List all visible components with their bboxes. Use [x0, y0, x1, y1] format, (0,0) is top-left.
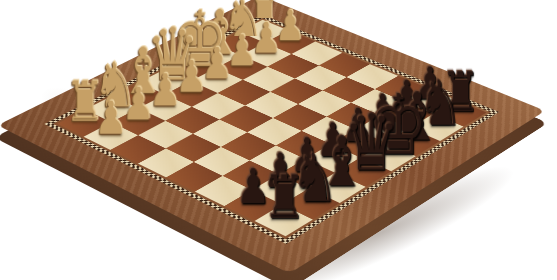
board-grid: ♜♞♝♛♚♝♞♜♟♟♟♟♟♟♟♟♟♟♟♟♟♟♟♟♜♞♝♛♚♝♞♜	[57, 20, 486, 237]
piece-black-rook[interactable]: ♜	[263, 168, 304, 228]
square-a8[interactable]: ♜	[254, 205, 312, 237]
chess-board: ♜♞♝♛♚♝♞♜♟♟♟♟♟♟♟♟♟♟♟♟♟♟♟♟♜♞♝♛♚♝♞♜	[0, 0, 545, 273]
frame-margin: ♜♞♝♛♚♝♞♜♟♟♟♟♟♟♟♟♟♟♟♟♟♟♟♟♜♞♝♛♚♝♞♜	[53, 18, 491, 239]
scene-3d: ♜♞♝♛♚♝♞♜♟♟♟♟♟♟♟♟♟♟♟♟♟♟♟♟♜♞♝♛♚♝♞♜	[0, 0, 557, 280]
inlay-border: ♜♞♝♛♚♝♞♜♟♟♟♟♟♟♟♟♟♟♟♟♟♟♟♟♜♞♝♛♚♝♞♜	[44, 15, 499, 245]
photo-canvas: ♜♞♝♛♚♝♞♜♟♟♟♟♟♟♟♟♟♟♟♟♟♟♟♟♜♞♝♛♚♝♞♜	[0, 0, 557, 280]
piece-white-pawn[interactable]: ♟	[91, 96, 130, 142]
